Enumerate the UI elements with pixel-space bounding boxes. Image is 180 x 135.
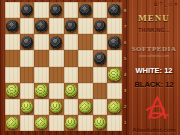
square-f2[interactable] [78,99,93,115]
square-g2[interactable] [93,99,108,115]
square-d1[interactable] [49,115,64,131]
piece-white[interactable] [50,101,63,114]
square-h2[interactable] [107,99,122,115]
square-c4[interactable] [34,67,49,83]
square-e8[interactable] [64,2,79,18]
square-h4[interactable] [107,67,122,83]
square-e5[interactable] [64,50,79,66]
square-d6[interactable] [49,34,64,50]
square-d8[interactable] [49,2,64,18]
watermark-subtitle: www.softpedia.com [128,54,180,58]
square-g6[interactable] [93,34,108,50]
square-h3[interactable] [107,83,122,99]
square-b7[interactable] [20,18,35,34]
square-c6[interactable] [34,34,49,50]
piece-white[interactable] [35,84,48,97]
square-g8[interactable] [93,2,108,18]
square-e6[interactable] [64,34,79,50]
square-f1[interactable] [78,115,93,131]
square-f8[interactable] [78,2,93,18]
piece-black[interactable] [50,36,63,49]
square-f5[interactable] [78,50,93,66]
piece-black[interactable] [21,4,34,17]
square-e3[interactable] [64,83,79,99]
square-e2[interactable] [64,99,79,115]
square-a4[interactable] [5,67,20,83]
checkers-board[interactable] [5,2,122,131]
piece-white[interactable] [35,117,48,130]
square-d4[interactable] [49,67,64,83]
square-f3[interactable] [78,83,93,99]
square-a2[interactable] [5,99,20,115]
piece-white[interactable] [79,101,92,114]
square-b2[interactable] [20,99,35,115]
black-count-label: BLACK: 12 [128,80,180,89]
board-frame: 87654321 [0,0,128,135]
side-panel: ⧉?_□✕ MENU THINKING... SOFTPEDIA www.sof… [128,0,180,135]
watermark-title: SOFTPEDIA [128,45,180,53]
square-b8[interactable] [20,2,35,18]
piece-black[interactable] [50,4,63,17]
piece-white[interactable] [94,117,107,130]
square-a8[interactable] [5,2,20,18]
square-d5[interactable] [49,50,64,66]
square-c7[interactable] [34,18,49,34]
piece-black[interactable] [35,20,48,33]
piece-white[interactable] [108,68,121,81]
piece-white[interactable] [6,84,19,97]
piece-black[interactable] [108,4,121,17]
window-icon[interactable]: ⧉ [154,1,158,7]
square-h5[interactable] [107,50,122,66]
square-h1[interactable] [107,115,122,131]
square-h6[interactable] [107,34,122,50]
checkers-game-window: 87654321 ⧉?_□✕ MENU THINKING... SOFTPEDI… [0,0,180,135]
square-c8[interactable] [34,2,49,18]
square-c1[interactable] [34,115,49,131]
square-b4[interactable] [20,67,35,83]
square-a3[interactable] [5,83,20,99]
square-d7[interactable] [49,18,64,34]
square-g3[interactable] [93,83,108,99]
square-b5[interactable] [20,50,35,66]
piece-white[interactable] [21,101,34,114]
square-g4[interactable] [93,67,108,83]
piece-white[interactable] [108,101,121,114]
piece-white[interactable] [65,84,78,97]
absolutist-site-link[interactable]: Absolutist.com [128,127,180,133]
minimize-icon[interactable]: _ [164,1,167,7]
square-a7[interactable] [5,18,20,34]
piece-black[interactable] [6,20,19,33]
square-c5[interactable] [34,50,49,66]
square-g7[interactable] [93,18,108,34]
square-c3[interactable] [34,83,49,99]
window-controls: ⧉?_□✕ [154,1,178,7]
piece-black[interactable] [108,36,121,49]
piece-black[interactable] [79,4,92,17]
square-b1[interactable] [20,115,35,131]
square-e1[interactable] [64,115,79,131]
square-c2[interactable] [34,99,49,115]
piece-black[interactable] [65,20,78,33]
status-text: THINKING... [128,27,180,33]
square-d2[interactable] [49,99,64,115]
square-a5[interactable] [5,50,20,66]
square-a6[interactable] [5,34,20,50]
square-h7[interactable] [107,18,122,34]
maximize-icon[interactable]: □ [169,1,172,7]
piece-white[interactable] [6,117,19,130]
square-f6[interactable] [78,34,93,50]
piece-black[interactable] [94,20,107,33]
square-b3[interactable] [20,83,35,99]
square-f4[interactable] [78,67,93,83]
square-e4[interactable] [64,67,79,83]
softpedia-watermark: SOFTPEDIA www.softpedia.com [128,45,180,58]
help-icon[interactable]: ? [159,1,162,7]
menu-button[interactable]: MENU [128,13,180,23]
square-e7[interactable] [64,18,79,34]
piece-white[interactable] [65,117,78,130]
square-d3[interactable] [49,83,64,99]
white-count-label: WHITE: 12 [128,66,180,75]
square-g5[interactable] [93,50,108,66]
piece-black[interactable] [94,52,107,65]
close-icon[interactable]: ✕ [174,1,178,7]
square-a1[interactable] [5,115,20,131]
square-g1[interactable] [93,115,108,131]
square-f7[interactable] [78,18,93,34]
absolutist-a-logo[interactable] [143,94,171,122]
square-h8[interactable] [107,2,122,18]
square-b6[interactable] [20,34,35,50]
piece-black[interactable] [21,36,34,49]
